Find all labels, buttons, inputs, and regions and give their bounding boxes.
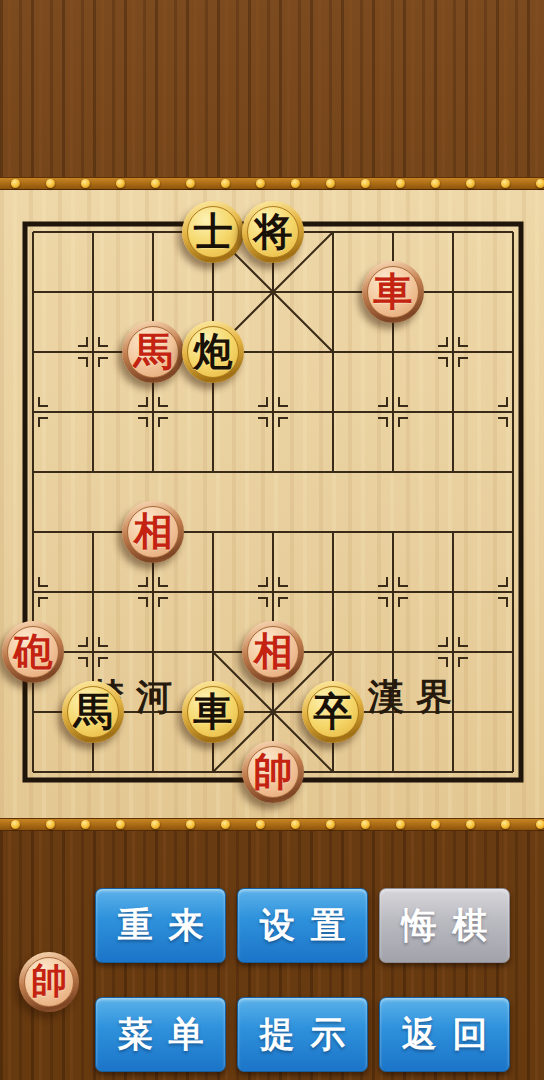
piece-red-general[interactable]: 帥 <box>242 741 304 803</box>
rail-stud <box>501 179 510 188</box>
rail-stud <box>151 820 160 829</box>
rail-stud <box>116 820 125 829</box>
red-horse-glyph: 馬 <box>134 332 173 371</box>
rail-stud <box>46 179 55 188</box>
black-general-glyph: 将 <box>254 212 293 251</box>
app-background: 楚河 漢界 士将車馬炮相砲相馬車卒帥 帥 重来 设置 悔棋 菜单 提示 返回 <box>0 0 544 1080</box>
menu-button[interactable]: 菜单 <box>95 997 226 1072</box>
rail-stud <box>466 179 475 188</box>
rail-stud <box>221 820 230 829</box>
piece-red-elephant[interactable]: 相 <box>122 501 184 563</box>
rail-stud <box>221 179 230 188</box>
undo-button[interactable]: 悔棋 <box>379 888 510 963</box>
piece-face: 相 <box>127 506 179 558</box>
rail-stud <box>431 820 440 829</box>
red-general-glyph: 帥 <box>254 752 293 791</box>
piece-black-pawn[interactable]: 卒 <box>302 681 364 743</box>
piece-face: 炮 <box>187 326 239 378</box>
rail-stud <box>466 820 475 829</box>
rail-stud <box>116 179 125 188</box>
piece-face: 車 <box>187 686 239 738</box>
rail-stud <box>256 820 265 829</box>
red-cannon-glyph: 砲 <box>14 632 53 671</box>
piece-black-chariot[interactable]: 車 <box>182 681 244 743</box>
rail-stud <box>256 179 265 188</box>
rail-stud <box>501 820 510 829</box>
rail-stud <box>291 820 300 829</box>
rail-stud <box>151 179 160 188</box>
black-chariot-glyph: 車 <box>194 692 233 731</box>
piece-face: 帥 <box>247 746 299 798</box>
piece-red-chariot[interactable]: 車 <box>362 261 424 323</box>
piece-black-cannon[interactable]: 炮 <box>182 321 244 383</box>
turn-indicator-face: 帥 <box>24 957 74 1007</box>
rail-stud <box>11 820 20 829</box>
rail-stud <box>186 820 195 829</box>
black-horse-glyph: 馬 <box>74 692 113 731</box>
red-elephant-glyph: 相 <box>254 632 293 671</box>
rail-stud <box>11 179 20 188</box>
piece-face: 馬 <box>67 686 119 738</box>
piece-face: 砲 <box>7 626 59 678</box>
piece-black-horse[interactable]: 馬 <box>62 681 124 743</box>
rail-stud <box>326 820 335 829</box>
piece-face: 馬 <box>127 326 179 378</box>
rail-stud <box>81 179 90 188</box>
piece-red-cannon[interactable]: 砲 <box>2 621 64 683</box>
turn-indicator-glyph: 帥 <box>31 963 67 999</box>
piece-face: 将 <box>247 206 299 258</box>
rail-stud <box>361 179 370 188</box>
piece-face: 士 <box>187 206 239 258</box>
rail-stud <box>81 820 90 829</box>
board-panel: 楚河 漢界 士将車馬炮相砲相馬車卒帥 <box>0 190 544 818</box>
rail-stud <box>291 179 300 188</box>
piece-red-elephant[interactable]: 相 <box>242 621 304 683</box>
restart-button[interactable]: 重来 <box>95 888 226 963</box>
turn-indicator-piece: 帥 <box>19 952 79 1012</box>
rail-stud <box>396 179 405 188</box>
rail-stud <box>396 820 405 829</box>
red-chariot-glyph: 車 <box>374 272 413 311</box>
rail-stud <box>536 820 544 829</box>
hint-button[interactable]: 提示 <box>237 997 368 1072</box>
piece-black-general[interactable]: 将 <box>242 201 304 263</box>
decorative-rail-bottom <box>0 818 544 831</box>
rail-stud <box>186 179 195 188</box>
red-elephant-glyph: 相 <box>134 512 173 551</box>
rail-stud <box>46 820 55 829</box>
piece-black-advisor[interactable]: 士 <box>182 201 244 263</box>
decorative-rail-top <box>0 177 544 190</box>
settings-button[interactable]: 设置 <box>237 888 368 963</box>
rail-stud <box>361 820 370 829</box>
black-advisor-glyph: 士 <box>194 212 233 251</box>
rail-stud <box>536 179 544 188</box>
piece-face: 相 <box>247 626 299 678</box>
black-pawn-glyph: 卒 <box>314 692 353 731</box>
rail-stud <box>431 179 440 188</box>
piece-face: 車 <box>367 266 419 318</box>
piece-face: 卒 <box>307 686 359 738</box>
river-label-han: 漢界 <box>368 673 464 722</box>
piece-red-horse[interactable]: 馬 <box>122 321 184 383</box>
black-cannon-glyph: 炮 <box>194 332 233 371</box>
back-button[interactable]: 返回 <box>379 997 510 1072</box>
rail-stud <box>326 179 335 188</box>
